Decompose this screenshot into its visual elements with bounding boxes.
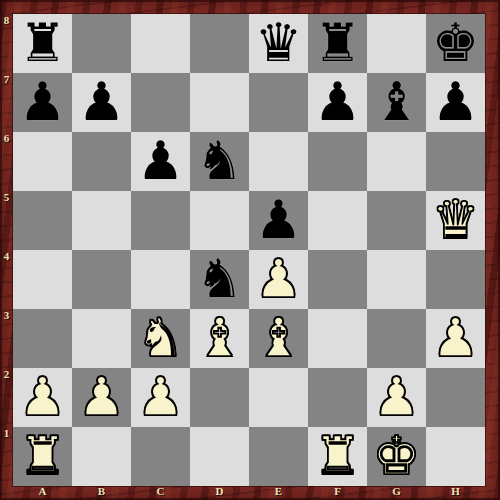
file-label-a: A [13,485,72,500]
black-pawn[interactable]: ♟ [255,191,303,249]
black-pawn[interactable]: ♟ [137,132,185,190]
square-a7[interactable]: ♟ [13,73,72,132]
square-f7[interactable]: ♟ [308,73,367,132]
white-bishop[interactable]: ♝ [255,309,303,367]
rank-labels: 87654321 [0,14,13,486]
square-b4[interactable] [72,250,131,309]
rank-label-6: 6 [0,132,13,191]
square-c1[interactable] [131,427,190,486]
square-b7[interactable]: ♟ [72,73,131,132]
square-h8[interactable]: ♚ [426,14,485,73]
square-d8[interactable] [190,14,249,73]
square-f1[interactable]: ♜ [308,427,367,486]
square-c6[interactable]: ♟ [131,132,190,191]
black-rook[interactable]: ♜ [314,14,362,72]
rank-label-7: 7 [0,73,13,132]
square-c3[interactable]: ♞ [131,309,190,368]
white-pawn[interactable]: ♟ [373,368,421,426]
rank-label-2: 2 [0,368,13,427]
square-e6[interactable] [249,132,308,191]
square-h2[interactable] [426,368,485,427]
square-c4[interactable] [131,250,190,309]
square-g2[interactable]: ♟ [367,368,426,427]
white-knight[interactable]: ♞ [137,309,185,367]
square-e2[interactable] [249,368,308,427]
white-king[interactable]: ♚ [373,427,421,485]
square-d4[interactable]: ♞ [190,250,249,309]
white-pawn[interactable]: ♟ [137,368,185,426]
file-labels: ABCDEFGH [13,485,485,500]
square-f3[interactable] [308,309,367,368]
square-g6[interactable] [367,132,426,191]
square-d2[interactable] [190,368,249,427]
rank-label-1: 1 [0,427,13,486]
square-a2[interactable]: ♟ [13,368,72,427]
black-knight[interactable]: ♞ [196,132,244,190]
square-b5[interactable] [72,191,131,250]
rank-label-8: 8 [0,14,13,73]
chess-board: ♜♛♜♚♟♟♟♝♟♟♞♟♛♞♟♞♝♝♟♟♟♟♟♜♜♚ [13,14,485,486]
black-king[interactable]: ♚ [432,14,480,72]
file-label-h: H [426,485,485,500]
white-pawn[interactable]: ♟ [19,368,67,426]
square-c2[interactable]: ♟ [131,368,190,427]
square-h4[interactable] [426,250,485,309]
square-a3[interactable] [13,309,72,368]
square-g7[interactable]: ♝ [367,73,426,132]
square-e4[interactable]: ♟ [249,250,308,309]
square-b2[interactable]: ♟ [72,368,131,427]
square-e5[interactable]: ♟ [249,191,308,250]
square-d3[interactable]: ♝ [190,309,249,368]
square-b3[interactable] [72,309,131,368]
file-label-c: C [131,485,190,500]
black-pawn[interactable]: ♟ [19,73,67,131]
black-pawn[interactable]: ♟ [432,73,480,131]
white-rook[interactable]: ♜ [19,427,67,485]
square-e3[interactable]: ♝ [249,309,308,368]
square-d7[interactable] [190,73,249,132]
white-queen[interactable]: ♛ [432,191,480,249]
square-c8[interactable] [131,14,190,73]
square-e8[interactable]: ♛ [249,14,308,73]
square-f5[interactable] [308,191,367,250]
rank-label-3: 3 [0,309,13,368]
square-g5[interactable] [367,191,426,250]
square-c5[interactable] [131,191,190,250]
square-a1[interactable]: ♜ [13,427,72,486]
square-g1[interactable]: ♚ [367,427,426,486]
black-knight[interactable]: ♞ [196,250,244,308]
square-h7[interactable]: ♟ [426,73,485,132]
square-b6[interactable] [72,132,131,191]
square-f4[interactable] [308,250,367,309]
black-pawn[interactable]: ♟ [78,73,126,131]
square-a5[interactable] [13,191,72,250]
square-e7[interactable] [249,73,308,132]
square-e1[interactable] [249,427,308,486]
black-pawn[interactable]: ♟ [314,73,362,131]
square-a6[interactable] [13,132,72,191]
white-pawn[interactable]: ♟ [432,309,480,367]
file-label-b: B [72,485,131,500]
square-h5[interactable]: ♛ [426,191,485,250]
square-g8[interactable] [367,14,426,73]
square-h1[interactable] [426,427,485,486]
square-h6[interactable] [426,132,485,191]
square-d1[interactable] [190,427,249,486]
square-h3[interactable]: ♟ [426,309,485,368]
square-b1[interactable] [72,427,131,486]
white-bishop[interactable]: ♝ [196,309,244,367]
square-f2[interactable] [308,368,367,427]
black-queen[interactable]: ♛ [255,14,303,72]
black-rook[interactable]: ♜ [19,14,67,72]
square-f8[interactable]: ♜ [308,14,367,73]
square-d5[interactable] [190,191,249,250]
rank-label-5: 5 [0,191,13,250]
rank-label-4: 4 [0,250,13,309]
square-c7[interactable] [131,73,190,132]
square-f6[interactable] [308,132,367,191]
file-label-e: E [249,485,308,500]
file-label-f: F [308,485,367,500]
square-g3[interactable] [367,309,426,368]
square-d6[interactable]: ♞ [190,132,249,191]
square-a8[interactable]: ♜ [13,14,72,73]
white-pawn[interactable]: ♟ [78,368,126,426]
square-a4[interactable] [13,250,72,309]
black-bishop[interactable]: ♝ [373,73,421,131]
square-g4[interactable] [367,250,426,309]
white-pawn[interactable]: ♟ [255,250,303,308]
white-rook[interactable]: ♜ [314,427,362,485]
square-b8[interactable] [72,14,131,73]
file-label-g: G [367,485,426,500]
file-label-d: D [190,485,249,500]
board-frame: 87654321 ♜♛♜♚♟♟♟♝♟♟♞♟♛♞♟♞♝♝♟♟♟♟♟♜♜♚ ABCD… [0,0,500,500]
